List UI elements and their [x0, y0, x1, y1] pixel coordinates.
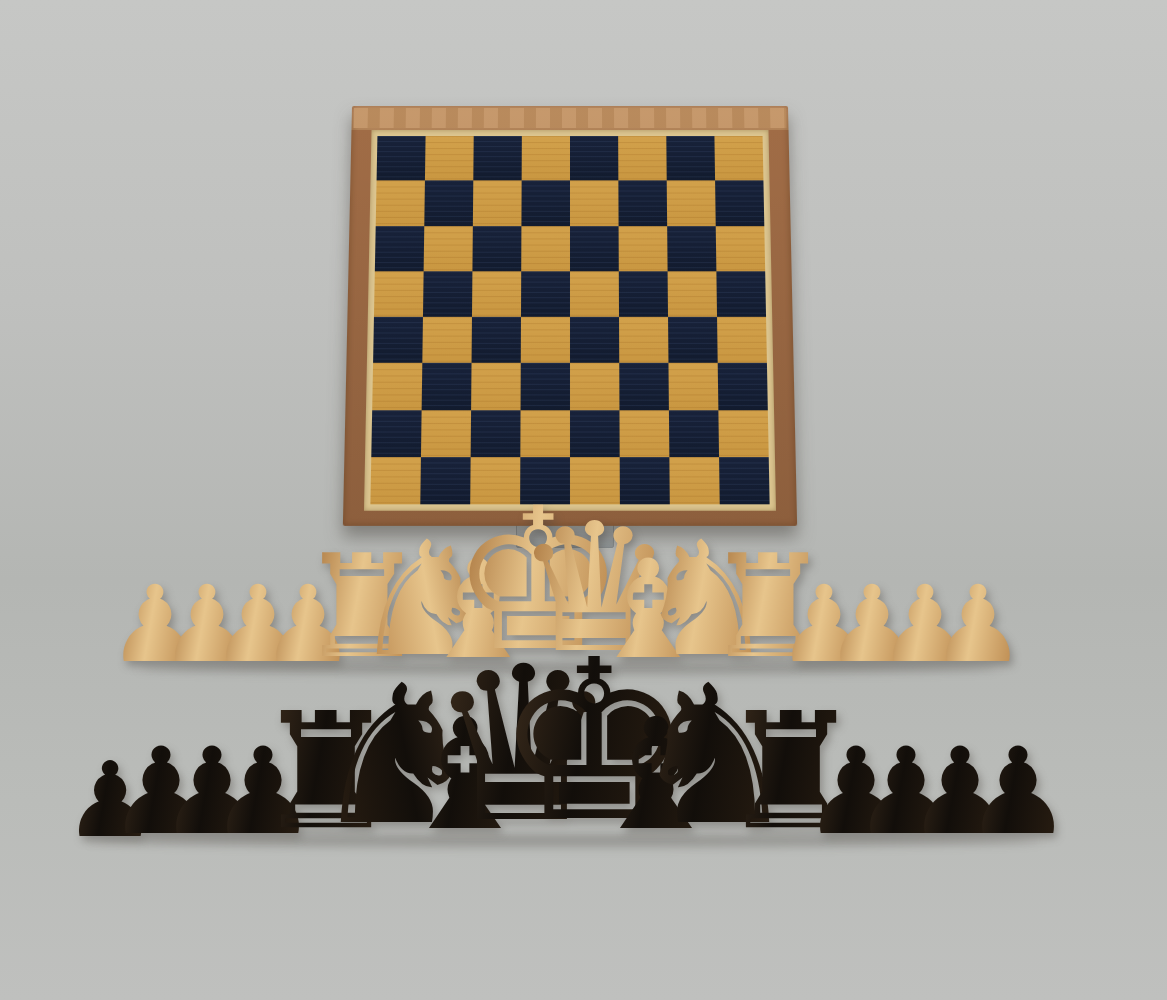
piece-rows: ♟ ♟ ♟ ♟ ♜ ♞ ♝ ♚ ♛ ♝ ♞ ♜ ♟ ♟ ♟ ♟ ♟ ♟ ♟ ♟ …: [0, 0, 1167, 1000]
photo-scene: ♟ ♟ ♟ ♟ ♜ ♞ ♝ ♚ ♛ ♝ ♞ ♜ ♟ ♟ ♟ ♟ ♟ ♟ ♟ ♟ …: [0, 0, 1167, 1000]
white-pawn-8: ♟: [930, 572, 1025, 678]
black-pawn-8: ♟: [964, 732, 1072, 852]
